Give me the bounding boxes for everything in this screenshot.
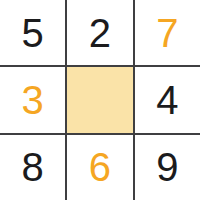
cell-r0c0[interactable]: 5 bbox=[0, 0, 65, 65]
cell-r1c1[interactable] bbox=[67, 67, 132, 132]
cell-r1c2[interactable]: 4 bbox=[135, 67, 200, 132]
cell-r1c0[interactable]: 3 bbox=[0, 67, 65, 132]
cell-r0c1[interactable]: 2 bbox=[67, 0, 132, 65]
cell-r2c1[interactable]: 6 bbox=[67, 135, 132, 200]
cell-r2c0[interactable]: 8 bbox=[0, 135, 65, 200]
sudoku-board: 5 2 7 3 4 8 6 9 bbox=[0, 0, 200, 200]
cell-r2c2[interactable]: 9 bbox=[135, 135, 200, 200]
cell-r0c2[interactable]: 7 bbox=[135, 0, 200, 65]
